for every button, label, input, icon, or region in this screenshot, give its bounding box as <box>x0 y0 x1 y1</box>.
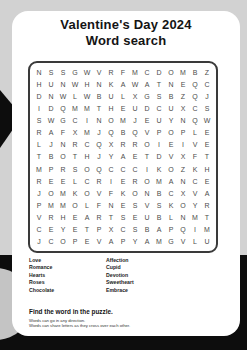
word-list-item-romance: Romance <box>29 264 106 271</box>
grid-cell-r6c11: P <box>153 127 165 139</box>
grid-cell-r5c13: N <box>177 115 189 127</box>
grid-cell-r1c3: S <box>57 66 69 78</box>
grid-cell-r4c15: S <box>201 102 213 114</box>
grid-cell-r12c14: Y <box>189 199 201 211</box>
word-search-grid: NSSGWVRFMCDOMBZHUNWHNKAWATNEQCDNWLWBULXG… <box>28 61 218 253</box>
grid-cell-r14c11: A <box>153 224 165 236</box>
grid-cell-r8c11: D <box>153 151 165 163</box>
grid-cell-r2c4: W <box>69 78 81 90</box>
grid-cell-r4c11: C <box>153 102 165 114</box>
grid-cell-r7c12: E <box>165 139 177 151</box>
grid-cell-r3c4: L <box>69 90 81 102</box>
worksheet-page: Valentine's Day 2024 Word search NSSGWVR… <box>0 0 247 350</box>
grid-cell-r5c11: U <box>153 115 165 127</box>
grid-cell-r13c2: R <box>45 212 57 224</box>
grid-cell-r10c15: E <box>201 175 213 187</box>
grid-cell-r14c13: Q <box>177 224 189 236</box>
word-list-item-affection: Affection <box>106 257 206 264</box>
grid-cell-r9c15: H <box>201 163 213 175</box>
grid-cell-r11c1: J <box>33 187 45 199</box>
grid-cell-r11c10: N <box>141 187 153 199</box>
grid-cell-r2c11: T <box>153 78 165 90</box>
grid-cell-r10c8: E <box>117 175 129 187</box>
grid-cell-r10c12: A <box>165 175 177 187</box>
grid-cell-r1c10: C <box>141 66 153 78</box>
grid-cell-r1c2: S <box>45 66 57 78</box>
grid-cell-r14c2: E <box>45 224 57 236</box>
grid-cell-r13c3: H <box>57 212 69 224</box>
grid-cell-r6c12: O <box>165 127 177 139</box>
grid-cell-r9c6: Q <box>93 163 105 175</box>
word-list: LoveRomanceHeartsRosesChocolate Affectio… <box>29 257 219 294</box>
grid-cell-r11c11: B <box>153 187 165 199</box>
grid-cell-r7c13: I <box>177 139 189 151</box>
grid-cell-r3c9: X <box>129 90 141 102</box>
grid-cell-r8c8: A <box>117 151 129 163</box>
grid-cell-r10c10: O <box>141 175 153 187</box>
grid-cell-r8c13: X <box>177 151 189 163</box>
word-list-column-2: AffectionCupidDevotionSweetheartEmbrace <box>106 257 206 294</box>
grid-cell-r6c14: L <box>189 127 201 139</box>
grid-cell-r3c7: U <box>105 90 117 102</box>
grid-cell-r4c14: C <box>189 102 201 114</box>
grid-cell-r8c6: J <box>93 151 105 163</box>
grid-cell-r4c10: D <box>141 102 153 114</box>
grid-cell-r12c1: P <box>33 199 45 211</box>
grid-cell-r6c2: A <box>45 127 57 139</box>
grid-cell-r14c12: P <box>165 224 177 236</box>
grid-cell-r15c6: V <box>93 236 105 248</box>
grid-cell-r2c1: H <box>33 78 45 90</box>
grid-cell-r3c10: G <box>141 90 153 102</box>
grid-cell-r3c12: B <box>165 90 177 102</box>
grid-cell-r1c8: F <box>117 66 129 78</box>
grid-cell-r11c14: V <box>189 187 201 199</box>
grid-cell-r2c15: C <box>201 78 213 90</box>
grid-cell-r7c15: E <box>201 139 213 151</box>
grid-cell-r9c5: O <box>81 163 93 175</box>
grid-cell-r9c10: I <box>141 163 153 175</box>
page-title-line1: Valentine's Day 2024 <box>12 17 240 33</box>
grid-cell-r4c2: D <box>45 102 57 114</box>
grid-cell-r12c9: S <box>129 199 141 211</box>
grid-cell-r1c6: V <box>93 66 105 78</box>
grid-cell-r1c13: M <box>177 66 189 78</box>
grid-cell-r5c5: I <box>81 115 93 127</box>
grid-cell-r13c1: V <box>33 212 45 224</box>
grid-cell-r9c4: S <box>69 163 81 175</box>
grid-cell-r3c6: B <box>93 90 105 102</box>
grid-cell-r3c5: W <box>81 90 93 102</box>
grid-cell-r14c1: C <box>33 224 45 236</box>
word-list-item-embrace: Embrace <box>106 287 206 294</box>
grid-cell-r11c12: C <box>165 187 177 199</box>
grid-cell-r13c13: N <box>177 212 189 224</box>
grid-cell-r2c2: U <box>45 78 57 90</box>
grid-cell-r12c10: V <box>141 199 153 211</box>
grid-cell-r6c6: J <box>93 127 105 139</box>
grid-cell-r2c12: N <box>165 78 177 90</box>
grid-cell-r15c15: U <box>201 236 213 248</box>
grid-cell-r15c2: C <box>45 236 57 248</box>
word-list-item-roses: Roses <box>29 279 106 286</box>
grid-cell-r1c9: M <box>129 66 141 78</box>
grid-cell-r4c5: M <box>81 102 93 114</box>
grid-cell-r14c15: M <box>201 224 213 236</box>
grid-cell-r2c10: A <box>141 78 153 90</box>
grid-cell-r15c9: Y <box>129 236 141 248</box>
grid-cell-r11c15: A <box>201 187 213 199</box>
grid-cell-r6c7: Q <box>105 127 117 139</box>
grid-cell-r14c3: Y <box>57 224 69 236</box>
grid-cell-r2c9: W <box>129 78 141 90</box>
page-title: Valentine's Day 2024 Word search <box>12 17 240 48</box>
grid-cell-r3c1: D <box>33 90 45 102</box>
grid-cell-r11c9: O <box>129 187 141 199</box>
grid-cell-r2c7: K <box>105 78 117 90</box>
grid-cell-r1c5: W <box>81 66 93 78</box>
grid-cell-r13c6: R <box>93 212 105 224</box>
grid-cell-r12c3: M <box>57 199 69 211</box>
grid-cell-r6c15: E <box>201 127 213 139</box>
grid-cell-r13c11: B <box>153 212 165 224</box>
grid-cell-r13c7: T <box>105 212 117 224</box>
grid-cell-r4c3: Q <box>57 102 69 114</box>
grid-cell-r9c8: C <box>117 163 129 175</box>
grid-cell-r1c11: D <box>153 66 165 78</box>
grid-cell-r8c12: V <box>165 151 177 163</box>
grid-cell-r15c4: P <box>69 236 81 248</box>
grid-cell-r8c3: O <box>57 151 69 163</box>
grid-cell-r2c13: E <box>177 78 189 90</box>
grid-cell-r15c12: G <box>165 236 177 248</box>
grid-cell-r12c6: F <box>93 199 105 211</box>
grid-cell-r2c5: H <box>81 78 93 90</box>
word-list-item-devotion: Devotion <box>106 272 206 279</box>
grid-cell-r8c14: F <box>189 151 201 163</box>
grid-cell-r11c8: K <box>117 187 129 199</box>
grid-cell-r11c3: M <box>57 187 69 199</box>
word-list-item-sweetheart: Sweetheart <box>106 279 206 286</box>
grid-cell-r6c3: F <box>57 127 69 139</box>
grid-cell-r10c1: R <box>33 175 45 187</box>
word-list-column-1: LoveRomanceHeartsRosesChocolate <box>29 257 106 294</box>
grid-cell-r15c13: V <box>177 236 189 248</box>
grid-cell-r7c3: N <box>57 139 69 151</box>
grid-cell-r12c2: M <box>45 199 57 211</box>
grid-cell-r1c15: Z <box>201 66 213 78</box>
grid-cell-r11c13: X <box>177 187 189 199</box>
grid-cell-r11c7: F <box>105 187 117 199</box>
grid-cell-r10c5: C <box>81 175 93 187</box>
grid-cell-r4c4: M <box>69 102 81 114</box>
grid-cell-r13c10: U <box>141 212 153 224</box>
grid-cell-r11c5: O <box>81 187 93 199</box>
grid-cell-r2c8: A <box>117 78 129 90</box>
grid-cell-r6c5: M <box>81 127 93 139</box>
grid-cell-r6c10: V <box>141 127 153 139</box>
grid-cell-r8c9: E <box>129 151 141 163</box>
grid-cell-r6c4: X <box>69 127 81 139</box>
grid-cell-r8c15: T <box>201 151 213 163</box>
grid-cell-r3c3: W <box>57 90 69 102</box>
grid-cell-r9c3: R <box>57 163 69 175</box>
grid-cell-r15c8: P <box>117 236 129 248</box>
grid-cell-r10c9: R <box>129 175 141 187</box>
grid-cell-r3c2: N <box>45 90 57 102</box>
grid-cell-r5c3: G <box>57 115 69 127</box>
grid-cell-r10c3: E <box>57 175 69 187</box>
grid-cell-r7c8: R <box>117 139 129 151</box>
word-list-item-cupid: Cupid <box>106 264 206 271</box>
grid-cell-r4c13: X <box>177 102 189 114</box>
grid-cell-r7c11: I <box>153 139 165 151</box>
grid-cell-r13c4: E <box>69 212 81 224</box>
grid-cell-r9c14: K <box>189 163 201 175</box>
grid-cell-r11c2: O <box>45 187 57 199</box>
grid-cell-r10c2: E <box>45 175 57 187</box>
grid-cell-r9c9: C <box>129 163 141 175</box>
grid-cell-r15c5: E <box>81 236 93 248</box>
grid-cell-r6c8: B <box>117 127 129 139</box>
instructions-heading: Find the word in the puzzle. <box>29 308 229 315</box>
grid-cell-r3c13: Z <box>177 90 189 102</box>
grid-cell-r12c11: S <box>153 199 165 211</box>
grid-cell-r10c4: L <box>69 175 81 187</box>
grid-cell-r7c5: C <box>81 139 93 151</box>
grid-cell-r10c13: N <box>177 175 189 187</box>
grid-cell-r10c7: I <box>105 175 117 187</box>
grid-cell-r5c2: W <box>45 115 57 127</box>
grid-cell-r5c4: C <box>69 115 81 127</box>
worksheet-card: Valentine's Day 2024 Word search NSSGWVR… <box>12 11 240 336</box>
grid-cell-r9c2: P <box>45 163 57 175</box>
grid-cell-r5c10: E <box>141 115 153 127</box>
grid-cell-r7c4: R <box>69 139 81 151</box>
grid-cell-r14c10: B <box>141 224 153 236</box>
grid-cell-r9c11: K <box>153 163 165 175</box>
grid-cell-r14c8: C <box>117 224 129 236</box>
word-list-item-hearts: Hearts <box>29 272 106 279</box>
grid-cell-r12c8: E <box>117 199 129 211</box>
grid-cell-r14c5: T <box>81 224 93 236</box>
grid-cell-r2c14: Q <box>189 78 201 90</box>
grid-cell-r5c1: S <box>33 115 45 127</box>
grid-cell-r1c1: N <box>33 66 45 78</box>
grid-cell-r13c14: M <box>189 212 201 224</box>
page-title-line2: Word search <box>12 33 240 49</box>
grid-cell-r15c1: J <box>33 236 45 248</box>
grid-cell-r8c5: H <box>81 151 93 163</box>
grid-cell-r9c13: Z <box>177 163 189 175</box>
grid-cell-r9c7: C <box>105 163 117 175</box>
grid-cell-r5c14: Q <box>189 115 201 127</box>
grid-cell-r12c5: L <box>81 199 93 211</box>
grid-cell-r1c14: B <box>189 66 201 78</box>
grid-cell-r5c7: O <box>105 115 117 127</box>
word-list-item-love: Love <box>29 257 106 264</box>
grid-cell-r4c8: E <box>117 102 129 114</box>
grid-cell-r14c6: P <box>93 224 105 236</box>
grid-cell-r10c11: M <box>153 175 165 187</box>
grid-cell-r4c7: H <box>105 102 117 114</box>
grid-cell-r7c9: R <box>129 139 141 151</box>
grid-cell-r13c9: E <box>129 212 141 224</box>
grid-cell-r5c15: W <box>201 115 213 127</box>
grid-cell-r9c12: O <box>165 163 177 175</box>
grid-cell-r4c9: U <box>129 102 141 114</box>
grid-cell-r15c11: M <box>153 236 165 248</box>
grid-cell-r4c6: T <box>93 102 105 114</box>
grid-cell-r1c12: O <box>165 66 177 78</box>
grid-cell-r8c4: T <box>69 151 81 163</box>
grid-cell-r8c1: T <box>33 151 45 163</box>
grid-cell-r5c9: J <box>129 115 141 127</box>
grid-cell-r6c13: P <box>177 127 189 139</box>
grid-cell-r12c12: K <box>165 199 177 211</box>
grid-cell-r2c6: N <box>93 78 105 90</box>
grid-cell-r5c6: N <box>93 115 105 127</box>
grid-cell-r12c4: O <box>69 199 81 211</box>
grid-cell-r8c10: T <box>141 151 153 163</box>
grid-cell-r5c8: M <box>117 115 129 127</box>
instructions-note-2: Words can share letters as they cross ov… <box>29 323 229 328</box>
grid-cell-r3c11: S <box>153 90 165 102</box>
grid-cell-r12c15: R <box>201 199 213 211</box>
grid-cell-r7c10: O <box>141 139 153 151</box>
grid-cell-r6c9: Q <box>129 127 141 139</box>
grid-cell-r8c2: B <box>45 151 57 163</box>
grid-cell-r13c15: T <box>201 212 213 224</box>
grid-cell-r13c5: A <box>81 212 93 224</box>
grid-cell-r15c7: A <box>105 236 117 248</box>
grid-cell-r1c4: G <box>69 66 81 78</box>
grid-cell-r14c9: S <box>129 224 141 236</box>
grid-cell-r4c1: I <box>33 102 45 114</box>
grid-cell-r14c4: E <box>69 224 81 236</box>
grid-cell-r11c6: V <box>93 187 105 199</box>
grid-cell-r13c8: S <box>117 212 129 224</box>
grid-cell-r8c7: Y <box>105 151 117 163</box>
grid-cell-r7c1: L <box>33 139 45 151</box>
grid-cell-r10c14: C <box>189 175 201 187</box>
grid-cell-r5c12: Y <box>165 115 177 127</box>
grid-cell-r3c8: L <box>117 90 129 102</box>
word-list-item-chocolate: Chocolate <box>29 287 106 294</box>
grid-cell-r11c4: K <box>69 187 81 199</box>
grid-cell-r13c12: L <box>165 212 177 224</box>
grid-cell-r10c6: R <box>93 175 105 187</box>
grid-cell-r4c12: U <box>165 102 177 114</box>
grid-cell-r15c3: O <box>57 236 69 248</box>
grid-cell-r7c2: J <box>45 139 57 151</box>
grid-cell-r3c15: J <box>201 90 213 102</box>
instructions: Find the word in the puzzle. Words can g… <box>29 308 229 328</box>
grid-cell-r12c13: O <box>177 199 189 211</box>
grid-cell-r7c7: X <box>105 139 117 151</box>
grid-cell-r9c1: M <box>33 163 45 175</box>
grid-cell-r6c1: R <box>33 127 45 139</box>
grid-cell-r3c14: Q <box>189 90 201 102</box>
grid-cell-r1c7: R <box>105 66 117 78</box>
grid-cell-r15c14: L <box>189 236 201 248</box>
grid-cell-r7c14: V <box>189 139 201 151</box>
grid-cell-r14c14: I <box>189 224 201 236</box>
grid-cell-r14c7: X <box>105 224 117 236</box>
grid-cell-r12c7: N <box>105 199 117 211</box>
grid-cell-r7c6: Q <box>93 139 105 151</box>
grid-cell-r2c3: N <box>57 78 69 90</box>
grid-cell-r15c10: A <box>141 236 153 248</box>
